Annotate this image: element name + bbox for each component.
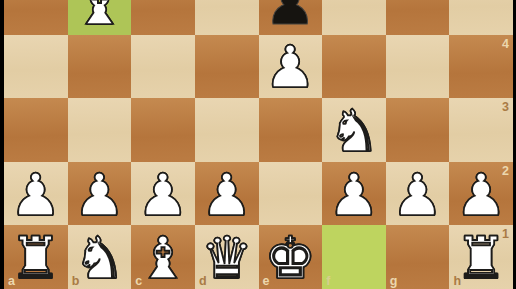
coord-file-h: h [453, 275, 461, 288]
square-e1[interactable]: ♚e [259, 225, 323, 289]
piece-white-bishop-c1[interactable]: ♝ [137, 229, 189, 287]
coord-file-b: b [72, 275, 80, 288]
piece-white-pawn-f2[interactable]: ♟ [328, 166, 380, 224]
square-g1[interactable]: g [386, 225, 450, 289]
square-c4[interactable] [131, 35, 195, 99]
coord-rank-1: 1 [502, 228, 509, 241]
square-d5[interactable] [195, 0, 259, 35]
square-g4[interactable] [386, 35, 450, 99]
piece-white-bishop-b5[interactable]: ♝ [73, 0, 125, 33]
square-b2[interactable]: ♟ [68, 162, 132, 226]
square-b3[interactable] [68, 98, 132, 162]
piece-white-pawn-c2[interactable]: ♟ [137, 166, 189, 224]
square-c2[interactable]: ♟ [131, 162, 195, 226]
square-b4[interactable] [68, 35, 132, 99]
square-e3[interactable] [259, 98, 323, 162]
coord-file-f: f [326, 275, 330, 288]
square-a5[interactable] [4, 0, 68, 35]
square-c3[interactable] [131, 98, 195, 162]
piece-white-rook-h1[interactable]: ♜ [455, 229, 507, 287]
piece-white-pawn-e4[interactable]: ♟ [264, 38, 316, 96]
square-c1[interactable]: ♝c [131, 225, 195, 289]
square-h4[interactable]: 4 [449, 35, 513, 99]
piece-white-rook-a1[interactable]: ♜ [10, 229, 62, 287]
square-h2[interactable]: ♟2 [449, 162, 513, 226]
square-h5[interactable] [449, 0, 513, 35]
square-h3[interactable]: 3 [449, 98, 513, 162]
square-d1[interactable]: ♛d [195, 225, 259, 289]
square-h1[interactable]: ♜1h [449, 225, 513, 289]
square-f4[interactable] [322, 35, 386, 99]
square-e4[interactable]: ♟ [259, 35, 323, 99]
coord-rank-3: 3 [502, 101, 509, 114]
square-e2[interactable] [259, 162, 323, 226]
piece-white-knight-f3[interactable]: ♞ [328, 102, 380, 160]
square-b5[interactable]: ♝ [68, 0, 132, 35]
coord-file-d: d [199, 275, 207, 288]
piece-white-queen-d1[interactable]: ♛ [201, 229, 253, 287]
chessboard-screenshot: ♝♟♟4♞3♟♟♟♟♟♟♟2♜a♞b♝c♛d♚efg♜1h [0, 0, 516, 289]
piece-black-pawn-e5[interactable]: ♟ [264, 0, 316, 33]
square-d4[interactable] [195, 35, 259, 99]
chess-board: ♝♟♟4♞3♟♟♟♟♟♟♟2♜a♞b♝c♛d♚efg♜1h [4, 0, 513, 289]
square-a3[interactable] [4, 98, 68, 162]
square-e5[interactable]: ♟ [259, 0, 323, 35]
square-g2[interactable]: ♟ [386, 162, 450, 226]
coord-file-a: a [8, 275, 15, 288]
square-a4[interactable] [4, 35, 68, 99]
square-g3[interactable] [386, 98, 450, 162]
square-b1[interactable]: ♞b [68, 225, 132, 289]
coord-file-c: c [135, 275, 142, 288]
piece-white-pawn-b2[interactable]: ♟ [73, 166, 125, 224]
square-g5[interactable] [386, 0, 450, 35]
piece-white-pawn-h2[interactable]: ♟ [455, 166, 507, 224]
square-d3[interactable] [195, 98, 259, 162]
square-a1[interactable]: ♜a [4, 225, 68, 289]
coord-rank-2: 2 [502, 165, 509, 178]
square-d2[interactable]: ♟ [195, 162, 259, 226]
coord-rank-4: 4 [502, 38, 509, 51]
coord-file-e: e [263, 275, 270, 288]
square-f1[interactable]: f [322, 225, 386, 289]
square-f2[interactable]: ♟ [322, 162, 386, 226]
square-c5[interactable] [131, 0, 195, 35]
piece-white-king-e1[interactable]: ♚ [264, 229, 316, 287]
piece-white-knight-b1[interactable]: ♞ [73, 229, 125, 287]
piece-white-pawn-g2[interactable]: ♟ [392, 166, 444, 224]
square-f5[interactable] [322, 0, 386, 35]
piece-white-pawn-a2[interactable]: ♟ [10, 166, 62, 224]
square-f3[interactable]: ♞ [322, 98, 386, 162]
square-a2[interactable]: ♟ [4, 162, 68, 226]
coord-file-g: g [390, 275, 398, 288]
piece-white-pawn-d2[interactable]: ♟ [201, 166, 253, 224]
